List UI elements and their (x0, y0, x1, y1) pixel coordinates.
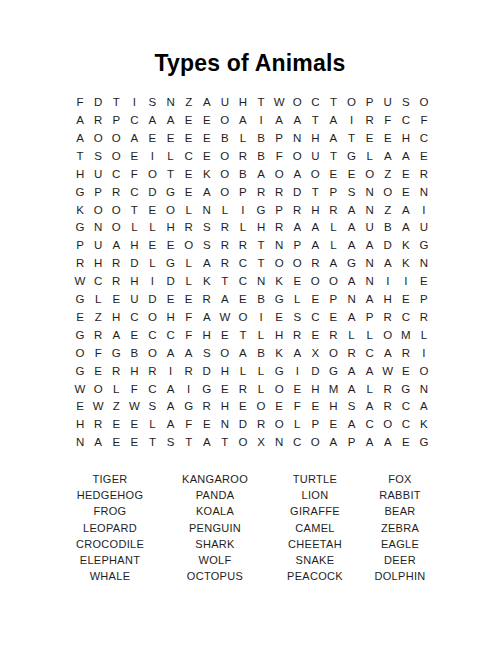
grid-cell-r6c16: S (343, 183, 361, 201)
grid-cell-r15c14: X (306, 345, 324, 363)
grid-cell-r17c11: L (252, 380, 270, 398)
grid-cell-r17c4: F (125, 380, 143, 398)
grid-cell-r12c4: U (125, 291, 143, 309)
word-search-grid: FDTISNZAUHTWOCTOPUSOARPCAAEEOAIAATAIRFCF… (71, 94, 433, 452)
grid-cell-r6c10: P (234, 183, 252, 201)
grid-cell-r4c1: T (71, 148, 89, 166)
grid-cell-r10c12: O (270, 255, 288, 273)
grid-cell-r14c10: T (234, 327, 252, 345)
grid-cell-r6c11: R (252, 183, 270, 201)
grid-cell-r19c11: R (252, 416, 270, 434)
grid-cell-r12c12: G (270, 291, 288, 309)
grid-cell-r7c11: G (252, 201, 270, 219)
grid-cell-r7c5: E (143, 201, 161, 219)
grid-cell-r20c10: O (234, 434, 252, 452)
word-item-giraffe: GIRAFFE (270, 504, 360, 520)
grid-cell-r1c18: U (379, 94, 397, 112)
grid-cell-r16c3: R (107, 362, 125, 380)
grid-cell-r1c17: P (361, 94, 379, 112)
grid-cell-r6c1: G (71, 183, 89, 201)
grid-cell-r13c16: A (343, 309, 361, 327)
grid-cell-r7c8: N (198, 201, 216, 219)
grid-cell-r9c2: U (89, 237, 107, 255)
grid-cell-r6c9: O (216, 183, 234, 201)
grid-cell-r5c11: A (252, 166, 270, 184)
grid-cell-r18c8: R (198, 398, 216, 416)
grid-cell-r13c8: A (198, 309, 216, 327)
grid-cell-r6c12: R (270, 183, 288, 201)
word-item-wolf: WOLF (160, 552, 270, 568)
grid-cell-r3c16: T (343, 130, 361, 148)
grid-cell-r19c3: E (107, 416, 125, 434)
grid-cell-r9c3: A (107, 237, 125, 255)
grid-cell-r4c16: G (343, 148, 361, 166)
grid-cell-r6c15: P (324, 183, 342, 201)
grid-cell-r17c3: L (107, 380, 125, 398)
grid-cell-r10c10: C (234, 255, 252, 273)
grid-cell-r15c19: R (397, 345, 415, 363)
grid-cell-r11c19: I (397, 273, 415, 291)
grid-cell-r10c6: G (162, 255, 180, 273)
grid-cell-r3c14: H (306, 130, 324, 148)
grid-cell-r16c20: O (415, 362, 433, 380)
grid-cell-r13c5: O (143, 309, 161, 327)
grid-cell-r9c7: O (180, 237, 198, 255)
grid-cell-r10c1: R (71, 255, 89, 273)
grid-cell-r6c4: C (125, 183, 143, 201)
grid-cell-r2c6: A (162, 112, 180, 130)
grid-cell-r9c12: N (270, 237, 288, 255)
grid-cell-r13c11: I (252, 309, 270, 327)
grid-cell-r6c19: E (397, 183, 415, 201)
grid-cell-r12c17: A (361, 291, 379, 309)
grid-cell-r8c9: R (216, 219, 234, 237)
grid-cell-r15c11: B (252, 345, 270, 363)
grid-cell-r11c11: N (252, 273, 270, 291)
grid-cell-r8c13: A (288, 219, 306, 237)
grid-cell-r3c3: O (107, 130, 125, 148)
grid-cell-r11c9: T (216, 273, 234, 291)
grid-cell-r7c6: O (162, 201, 180, 219)
grid-cell-r16c1: G (71, 362, 89, 380)
grid-cell-r4c10: R (234, 148, 252, 166)
grid-cell-r20c2: A (89, 434, 107, 452)
grid-cell-r5c7: E (180, 166, 198, 184)
grid-cell-r19c6: A (162, 416, 180, 434)
grid-cell-r14c14: E (306, 327, 324, 345)
grid-cell-r15c5: O (143, 345, 161, 363)
grid-cell-r1c2: D (89, 94, 107, 112)
grid-cell-r13c17: P (361, 309, 379, 327)
grid-cell-r14c1: G (71, 327, 89, 345)
grid-cell-r13c15: E (324, 309, 342, 327)
grid-cell-r6c3: R (107, 183, 125, 201)
word-item-panda: PANDA (160, 487, 270, 503)
grid-cell-r15c1: O (71, 345, 89, 363)
word-item-whale: WHALE (60, 569, 160, 585)
grid-cell-r16c17: A (361, 362, 379, 380)
grid-cell-r17c13: E (288, 380, 306, 398)
grid-cell-r9c9: R (216, 237, 234, 255)
word-item-tiger: TIGER (60, 471, 160, 487)
grid-cell-r3c7: E (180, 130, 198, 148)
word-item-koala: KOALA (160, 504, 270, 520)
grid-cell-r11c13: E (288, 273, 306, 291)
grid-cell-r18c17: A (361, 398, 379, 416)
grid-cell-r7c17: N (361, 201, 379, 219)
grid-cell-r5c5: O (143, 166, 161, 184)
grid-cell-r1c3: T (107, 94, 125, 112)
grid-cell-r1c12: W (270, 94, 288, 112)
grid-cell-r9c18: D (379, 237, 397, 255)
grid-cell-r13c9: W (216, 309, 234, 327)
grid-cell-r5c2: U (89, 166, 107, 184)
grid-cell-r17c2: O (89, 380, 107, 398)
word-item-snake: SNAKE (270, 552, 360, 568)
grid-cell-r2c7: E (180, 112, 198, 130)
grid-cell-r9c5: E (143, 237, 161, 255)
grid-cell-r5c8: K (198, 166, 216, 184)
grid-cell-r8c20: U (415, 219, 433, 237)
grid-cell-r12c6: E (162, 291, 180, 309)
grid-cell-r20c14: O (306, 434, 324, 452)
grid-cell-r14c19: M (397, 327, 415, 345)
grid-cell-r18c1: E (71, 398, 89, 416)
grid-cell-r2c18: F (379, 112, 397, 130)
word-item-cheetah: CHEETAH (270, 536, 360, 552)
grid-cell-r20c16: P (343, 434, 361, 452)
word-item-hedgehog: HEDGEHOG (60, 487, 160, 503)
grid-cell-r5c6: T (162, 166, 180, 184)
grid-cell-r19c4: E (125, 416, 143, 434)
grid-cell-r19c13: L (288, 416, 306, 434)
grid-cell-r14c12: H (270, 327, 288, 345)
grid-cell-r1c7: Z (180, 94, 198, 112)
grid-cell-r12c1: G (71, 291, 89, 309)
grid-cell-r8c6: H (162, 219, 180, 237)
grid-cell-r20c9: T (216, 434, 234, 452)
grid-cell-r18c20: A (415, 398, 433, 416)
word-item-octopus: OCTOPUS (160, 569, 270, 585)
grid-cell-r8c5: L (143, 219, 161, 237)
grid-cell-r18c3: Z (107, 398, 125, 416)
grid-cell-r19c8: E (198, 416, 216, 434)
grid-cell-r1c8: A (198, 94, 216, 112)
grid-cell-r15c2: F (89, 345, 107, 363)
grid-cell-r12c2: L (89, 291, 107, 309)
grid-cell-r19c19: C (397, 416, 415, 434)
grid-cell-r11c6: D (162, 273, 180, 291)
word-item-fox: FOX (360, 471, 440, 487)
grid-cell-r20c18: A (379, 434, 397, 452)
word-list: TIGERKANGAROOTURTLEFOXHEDGEHOGPANDALIONR… (60, 471, 440, 585)
grid-cell-r5c10: B (234, 166, 252, 184)
grid-cell-r18c15: H (324, 398, 342, 416)
grid-cell-r9c10: R (234, 237, 252, 255)
grid-cell-r18c18: R (379, 398, 397, 416)
grid-cell-r15c3: G (107, 345, 125, 363)
grid-cell-r18c14: E (306, 398, 324, 416)
grid-cell-r14c6: C (162, 327, 180, 345)
grid-cell-r9c20: G (415, 237, 433, 255)
grid-cell-r3c2: O (89, 130, 107, 148)
word-search-page: Types of Animals FDTISNZAUHTWOCTOPUSOARP… (0, 0, 500, 647)
grid-cell-r12c19: E (397, 291, 415, 309)
grid-cell-r3c1: A (71, 130, 89, 148)
grid-cell-r13c14: C (306, 309, 324, 327)
grid-cell-r15c13: A (288, 345, 306, 363)
grid-cell-r20c11: X (252, 434, 270, 452)
word-item-shark: SHARK (160, 536, 270, 552)
grid-cell-r10c7: L (180, 255, 198, 273)
grid-cell-r5c14: O (306, 166, 324, 184)
grid-cell-r7c19: A (397, 201, 415, 219)
grid-cell-r6c13: D (288, 183, 306, 201)
grid-cell-r9c14: A (306, 237, 324, 255)
grid-cell-r9c13: P (288, 237, 306, 255)
grid-cell-r1c4: I (125, 94, 143, 112)
grid-cell-r2c16: I (343, 112, 361, 130)
grid-cell-r9c8: S (198, 237, 216, 255)
grid-cell-r6c7: E (180, 183, 198, 201)
grid-cell-r13c3: H (107, 309, 125, 327)
grid-cell-r11c1: W (71, 273, 89, 291)
grid-cell-r19c20: K (415, 416, 433, 434)
grid-cell-r10c2: H (89, 255, 107, 273)
grid-cell-r2c10: A (234, 112, 252, 130)
grid-cell-r13c10: O (234, 309, 252, 327)
grid-cell-r5c16: E (343, 166, 361, 184)
grid-cell-r3c4: A (125, 130, 143, 148)
grid-cell-r13c2: Z (89, 309, 107, 327)
grid-cell-r20c6: S (162, 434, 180, 452)
grid-cell-r19c17: C (361, 416, 379, 434)
grid-cell-r16c8: D (198, 362, 216, 380)
grid-cell-r19c2: R (89, 416, 107, 434)
grid-cell-r18c19: C (397, 398, 415, 416)
grid-cell-r4c12: F (270, 148, 288, 166)
grid-cell-r8c12: R (270, 219, 288, 237)
grid-cell-r10c18: A (379, 255, 397, 273)
grid-cell-r10c17: N (361, 255, 379, 273)
grid-cell-r17c20: N (415, 380, 433, 398)
grid-cell-r12c16: N (343, 291, 361, 309)
grid-cell-r6c20: N (415, 183, 433, 201)
grid-cell-r14c4: E (125, 327, 143, 345)
grid-cell-r1c13: O (288, 94, 306, 112)
word-item-bear: BEAR (360, 504, 440, 520)
grid-cell-r4c6: L (162, 148, 180, 166)
grid-cell-r20c12: N (270, 434, 288, 452)
grid-cell-r15c10: A (234, 345, 252, 363)
grid-cell-r3c9: B (216, 130, 234, 148)
grid-cell-r1c15: T (324, 94, 342, 112)
grid-cell-r1c5: S (143, 94, 161, 112)
grid-cell-r3c5: E (143, 130, 161, 148)
grid-cell-r14c20: L (415, 327, 433, 345)
grid-cell-r18c10: E (234, 398, 252, 416)
grid-cell-r8c14: A (306, 219, 324, 237)
word-item-zebra: ZEBRA (360, 520, 440, 536)
grid-cell-r18c4: W (125, 398, 143, 416)
grid-cell-r2c15: A (324, 112, 342, 130)
grid-cell-r11c18: I (379, 273, 397, 291)
grid-cell-r7c13: R (288, 201, 306, 219)
grid-cell-r4c4: E (125, 148, 143, 166)
grid-cell-r5c9: O (216, 166, 234, 184)
grid-cell-r18c11: O (252, 398, 270, 416)
grid-cell-r11c20: E (415, 273, 433, 291)
grid-cell-r4c20: E (415, 148, 433, 166)
grid-cell-r1c6: N (162, 94, 180, 112)
grid-cell-r15c17: C (361, 345, 379, 363)
grid-cell-r5c15: E (324, 166, 342, 184)
grid-cell-r13c19: C (397, 309, 415, 327)
grid-cell-r17c6: A (162, 380, 180, 398)
grid-cell-r9c16: A (343, 237, 361, 255)
grid-cell-r9c6: E (162, 237, 180, 255)
grid-cell-r8c15: L (324, 219, 342, 237)
grid-cell-r14c7: F (180, 327, 198, 345)
grid-cell-r18c13: F (288, 398, 306, 416)
grid-cell-r12c15: P (324, 291, 342, 309)
grid-cell-r2c8: E (198, 112, 216, 130)
grid-cell-r20c8: A (198, 434, 216, 452)
grid-cell-r10c14: R (306, 255, 324, 273)
grid-cell-r4c5: I (143, 148, 161, 166)
grid-cell-r5c4: F (125, 166, 143, 184)
grid-cell-r8c3: O (107, 219, 125, 237)
grid-cell-r16c12: G (270, 362, 288, 380)
grid-cell-r19c7: F (180, 416, 198, 434)
word-item-camel: CAMEL (270, 520, 360, 536)
grid-cell-r10c4: D (125, 255, 143, 273)
grid-cell-r3c17: E (361, 130, 379, 148)
grid-cell-r3c15: A (324, 130, 342, 148)
grid-cell-r12c8: R (198, 291, 216, 309)
grid-cell-r11c5: I (143, 273, 161, 291)
grid-cell-r7c10: I (234, 201, 252, 219)
word-item-peacock: PEACOCK (270, 569, 360, 585)
grid-cell-r13c7: F (180, 309, 198, 327)
word-item-frog: FROG (60, 504, 160, 520)
grid-cell-r11c17: N (361, 273, 379, 291)
grid-cell-r10c9: R (216, 255, 234, 273)
grid-cell-r11c3: R (107, 273, 125, 291)
grid-cell-r12c14: E (306, 291, 324, 309)
grid-cell-r2c2: R (89, 112, 107, 130)
word-item-eagle: EAGLE (360, 536, 440, 552)
word-item-dolphin: DOLPHIN (360, 569, 440, 585)
grid-cell-r9c4: H (125, 237, 143, 255)
grid-cell-r9c1: P (71, 237, 89, 255)
grid-cell-r18c2: W (89, 398, 107, 416)
grid-cell-r10c11: T (252, 255, 270, 273)
grid-cell-r6c6: G (162, 183, 180, 201)
grid-cell-r10c15: A (324, 255, 342, 273)
grid-cell-r2c3: P (107, 112, 125, 130)
grid-cell-r15c12: K (270, 345, 288, 363)
grid-cell-r16c11: L (252, 362, 270, 380)
grid-cell-r2c5: A (143, 112, 161, 130)
word-item-turtle: TURTLE (270, 471, 360, 487)
grid-cell-r20c13: C (288, 434, 306, 452)
grid-cell-r8c2: N (89, 219, 107, 237)
grid-cell-r7c1: K (71, 201, 89, 219)
grid-cell-r16c18: W (379, 362, 397, 380)
grid-cell-r8c10: L (234, 219, 252, 237)
grid-cell-r4c11: B (252, 148, 270, 166)
word-item-crocodile: CROCODILE (60, 536, 160, 552)
grid-cell-r1c9: U (216, 94, 234, 112)
grid-cell-r3c18: E (379, 130, 397, 148)
grid-cell-r6c14: T (306, 183, 324, 201)
grid-cell-r8c8: S (198, 219, 216, 237)
grid-cell-r11c16: A (343, 273, 361, 291)
grid-cell-r14c16: L (343, 327, 361, 345)
grid-cell-r8c18: B (379, 219, 397, 237)
grid-cell-r17c14: H (306, 380, 324, 398)
grid-cell-r1c1: F (71, 94, 89, 112)
grid-cell-r18c7: G (180, 398, 198, 416)
grid-cell-r20c4: E (125, 434, 143, 452)
grid-cell-r20c7: T (180, 434, 198, 452)
grid-cell-r16c16: A (343, 362, 361, 380)
grid-cell-r13c18: R (379, 309, 397, 327)
grid-cell-r17c5: C (143, 380, 161, 398)
grid-cell-r19c18: O (379, 416, 397, 434)
grid-cell-r12c18: H (379, 291, 397, 309)
grid-cell-r15c9: O (216, 345, 234, 363)
grid-cell-r14c8: H (198, 327, 216, 345)
grid-cell-r20c15: A (324, 434, 342, 452)
grid-cell-r14c13: R (288, 327, 306, 345)
grid-cell-r11c14: O (306, 273, 324, 291)
grid-cell-r11c7: L (180, 273, 198, 291)
grid-cell-r20c1: N (71, 434, 89, 452)
grid-cell-r3c19: H (397, 130, 415, 148)
grid-cell-r11c4: H (125, 273, 143, 291)
grid-cell-r7c18: Z (379, 201, 397, 219)
grid-cell-r13c13: S (288, 309, 306, 327)
grid-cell-r14c3: A (107, 327, 125, 345)
grid-cell-r8c7: R (180, 219, 198, 237)
grid-cell-r9c15: L (324, 237, 342, 255)
grid-cell-r18c12: E (270, 398, 288, 416)
word-item-kangaroo: KANGAROO (160, 471, 270, 487)
grid-cell-r19c9: N (216, 416, 234, 434)
grid-cell-r19c15: E (324, 416, 342, 434)
grid-cell-r13c4: C (125, 309, 143, 327)
grid-cell-r10c16: G (343, 255, 361, 273)
grid-cell-r15c7: A (180, 345, 198, 363)
grid-cell-r12c5: D (143, 291, 161, 309)
grid-cell-r16c5: R (143, 362, 161, 380)
grid-cell-r14c5: C (143, 327, 161, 345)
grid-cell-r3c6: E (162, 130, 180, 148)
grid-cell-r4c14: U (306, 148, 324, 166)
word-item-deer: DEER (360, 552, 440, 568)
grid-cell-r14c11: L (252, 327, 270, 345)
grid-cell-r4c13: O (288, 148, 306, 166)
grid-cell-r1c19: S (397, 94, 415, 112)
grid-cell-r20c20: G (415, 434, 433, 452)
grid-cell-r4c18: A (379, 148, 397, 166)
grid-cell-r1c16: O (343, 94, 361, 112)
grid-cell-r2c19: C (397, 112, 415, 130)
grid-cell-r7c3: O (107, 201, 125, 219)
puzzle-title: Types of Animals (0, 50, 500, 77)
